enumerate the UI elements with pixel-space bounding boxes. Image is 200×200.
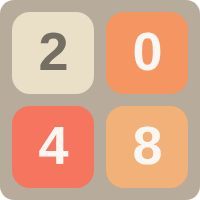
tile-0: 0 [106,12,188,94]
tile-8-value: 8 [132,118,161,172]
2048-board[interactable]: 2 0 4 8 [0,0,200,200]
tile-2-value: 2 [38,24,67,78]
tile-0-value: 0 [132,24,161,78]
tile-4-value: 4 [38,118,67,172]
tile-4: 4 [12,106,94,188]
tile-8: 8 [106,106,188,188]
tile-2: 2 [12,12,94,94]
